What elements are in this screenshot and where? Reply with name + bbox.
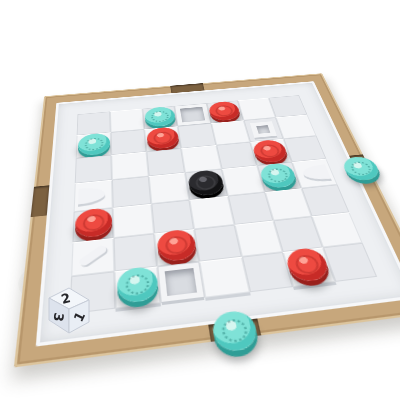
board-cell[interactable] [71, 238, 115, 277]
board-cell[interactable] [178, 123, 216, 148]
black-disc[interactable] [187, 169, 225, 196]
board-cell[interactable] [147, 149, 186, 177]
die[interactable]: 2 3 1 [40, 281, 96, 337]
board-cell[interactable] [283, 136, 326, 162]
board-cell[interactable] [72, 207, 113, 242]
board-cell[interactable] [182, 145, 222, 173]
board-cell[interactable] [112, 176, 151, 207]
board-cell[interactable] [74, 180, 113, 211]
quarter-circle-tile [79, 186, 105, 205]
red-disc[interactable] [146, 126, 180, 149]
large-tray-hole [159, 262, 204, 301]
red-disc[interactable] [156, 229, 197, 263]
teal-disc[interactable] [77, 132, 110, 156]
board-cell[interactable] [190, 196, 234, 229]
board-cell[interactable] [158, 261, 206, 303]
product-photo-stage: 2 3 1 [0, 0, 400, 400]
slash-tile [78, 245, 109, 268]
board-cell[interactable] [152, 200, 195, 234]
teal-disc[interactable] [144, 106, 176, 127]
red-disc[interactable] [74, 207, 112, 239]
board-cell[interactable] [113, 203, 155, 237]
board-cell[interactable] [115, 266, 161, 308]
board-cell[interactable] [185, 169, 227, 199]
board-cell[interactable] [292, 159, 337, 188]
board-grid [70, 95, 378, 314]
quarter-circle-tile [301, 164, 331, 181]
small-tray-hole [250, 121, 277, 138]
board-cell[interactable] [154, 229, 199, 266]
large-tray-hole [176, 104, 210, 126]
teal-disc[interactable] [116, 266, 158, 305]
red-disc[interactable] [208, 100, 242, 121]
board-cell[interactable] [111, 152, 149, 180]
board-cell[interactable] [276, 115, 317, 139]
board-cell[interactable] [114, 233, 158, 271]
board-cell[interactable] [75, 155, 112, 184]
board-cell[interactable] [149, 173, 190, 204]
